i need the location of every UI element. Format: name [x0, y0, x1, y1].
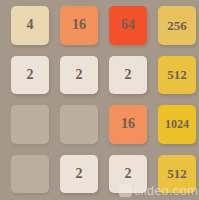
tile-4: 4 — [11, 6, 49, 45]
tile-2: 2 — [109, 155, 147, 194]
game-screen: 4166425622251216102422512 clideo.com — [0, 0, 199, 200]
tile-2: 2 — [60, 155, 98, 194]
empty-cell — [11, 105, 49, 144]
board-2048[interactable]: 4166425622251216102422512 — [0, 0, 199, 200]
tile-2: 2 — [11, 56, 49, 95]
tile-16: 16 — [60, 6, 98, 45]
tile-256: 256 — [158, 6, 196, 45]
tile-2: 2 — [60, 56, 98, 95]
tile-512: 512 — [158, 155, 196, 194]
tile-512: 512 — [158, 56, 196, 95]
empty-cell — [11, 155, 49, 194]
tile-1024: 1024 — [158, 105, 196, 144]
tile-16: 16 — [109, 105, 147, 144]
empty-cell — [60, 105, 98, 144]
tile-64: 64 — [109, 6, 147, 45]
tile-2: 2 — [109, 56, 147, 95]
